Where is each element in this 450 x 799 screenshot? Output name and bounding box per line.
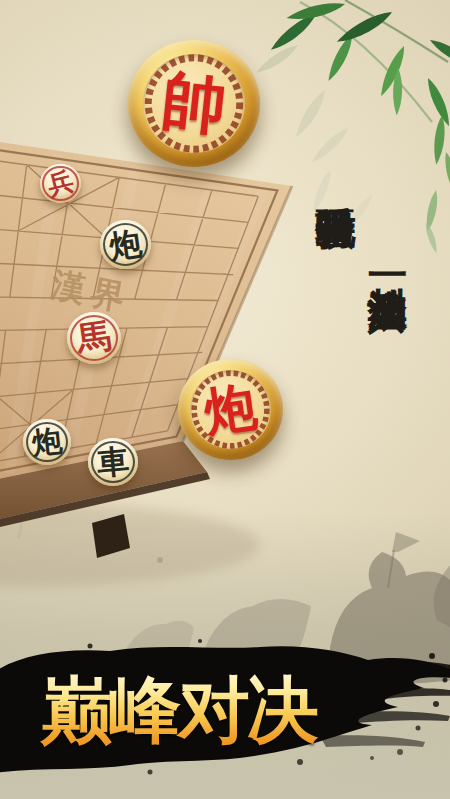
- splash-screen: 漢界 兵 炮 馬 炮 車 帥 炮: [0, 0, 450, 799]
- banner-title: 巅峰对决: [40, 663, 340, 759]
